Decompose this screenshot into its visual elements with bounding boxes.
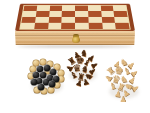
- board-square: [34, 23, 48, 29]
- checker-disc-black: [33, 72, 40, 79]
- checker-disc-wood: [40, 59, 47, 66]
- checkers-pile-shadow: [31, 78, 63, 94]
- light-chess-piece: ♚: [114, 65, 125, 76]
- board-frame: [15, 4, 135, 31]
- checker-disc-wood: [54, 64, 61, 71]
- board-square: [88, 23, 102, 29]
- checker-disc-wood: [28, 73, 35, 80]
- dark-chess-piece: ♟: [86, 53, 97, 64]
- board-square: [61, 23, 75, 29]
- dark-chess-piece: ♜: [66, 56, 78, 68]
- light-pile-shadow: [109, 84, 139, 99]
- board-grid: [20, 6, 129, 29]
- dark-chess-piece: ♞: [79, 48, 89, 59]
- chess-box-lid: [15, 4, 135, 31]
- light-chess-piece: ♟: [126, 60, 137, 71]
- light-chess-piece: ♞: [119, 57, 129, 68]
- checker-disc-wood: [58, 70, 65, 77]
- box-shadow: [17, 45, 133, 48]
- board-square: [48, 23, 62, 29]
- brass-latch: [72, 34, 80, 43]
- board-square: [115, 23, 129, 29]
- checker-disc-wood: [45, 68, 52, 75]
- checker-disc-black: [50, 69, 57, 76]
- dark-chess-piece: ♟: [72, 51, 81, 61]
- dark-pile-shadow: [69, 68, 97, 82]
- light-chess-piece: ♟: [104, 73, 115, 83]
- light-chess-piece: ♜: [105, 66, 117, 78]
- board-square: [20, 23, 34, 29]
- light-chess-piece: ♟: [129, 68, 140, 78]
- checker-disc-wood: [30, 66, 37, 73]
- light-chess-piece: ♟: [112, 59, 122, 69]
- latch-plate: [72, 37, 80, 43]
- dark-chess-piece: ♝: [81, 57, 92, 69]
- board-square: [75, 23, 89, 29]
- checker-disc-wood: [33, 60, 40, 67]
- box-front-face: [15, 31, 135, 45]
- light-chess-piece: ♝: [121, 66, 132, 78]
- board-inner-border: [19, 5, 131, 30]
- chess-set-product-photo: ♟♞♟♜♚♝♟♟♛♞♟♝♜♞♟♟ ♟♞♟♜♚♝♟♟♛♞♟♝♜♞♟♟♟♟: [0, 0, 150, 113]
- checker-disc-black: [37, 66, 44, 73]
- checker-disc-wood: [47, 61, 54, 68]
- checker-disc-black: [44, 65, 51, 72]
- board-square: [102, 23, 116, 29]
- dark-chess-piece: ♚: [75, 55, 85, 66]
